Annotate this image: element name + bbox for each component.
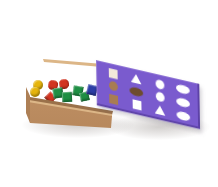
hole-oval-r2c4[interactable] [176,97,190,108]
hole-triangle-r1c2[interactable] [131,73,142,85]
hole-square-r3c1[interactable] [109,94,118,105]
hole-oval-r3c4[interactable] [176,110,190,121]
hole-circle-r2c3[interactable] [155,92,164,103]
hole-circle-r1c3[interactable] [155,79,164,90]
hole-oval-r2c2[interactable] [129,86,143,97]
hole-oval-r1c4[interactable] [176,84,190,95]
hole-circle-r2c1[interactable] [108,81,117,92]
hole-triangle-r3c3[interactable] [155,104,166,116]
scene [0,0,218,187]
hole-square-r1c1[interactable] [108,68,117,79]
piece-green-square[interactable] [62,92,73,103]
piece-yellow-circle[interactable] [30,87,40,97]
hole-square-r3c2[interactable] [132,99,141,110]
